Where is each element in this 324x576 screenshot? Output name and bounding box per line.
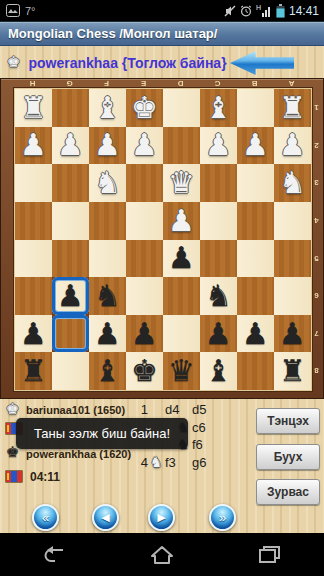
square-f3[interactable]: ♞	[89, 164, 126, 202]
square-e5[interactable]	[126, 240, 163, 278]
black-queen: ♛	[168, 353, 195, 389]
square-g1[interactable]	[52, 89, 89, 127]
alarm-icon	[240, 5, 252, 17]
chess-board: HGFEDCBA 12345678 ♜♝♚♝♜♟♟♟♟♟♟♟♞♛♞♟♟♟♞♞♟♟…	[0, 78, 324, 399]
square-h8[interactable]: ♜	[15, 352, 52, 390]
square-d6[interactable]	[163, 277, 200, 315]
square-f5[interactable]	[89, 240, 126, 278]
white-pawn: ♟	[94, 127, 121, 163]
file-label-B: B	[236, 79, 273, 88]
square-b1[interactable]	[237, 89, 274, 127]
file-label-C: C	[199, 79, 236, 88]
black-pawn: ♟	[205, 316, 232, 352]
white-bishop: ♝	[94, 90, 121, 126]
square-g6[interactable]: ♟	[52, 277, 89, 315]
temperature: 7°	[25, 5, 36, 17]
square-a3[interactable]: ♞	[274, 164, 311, 202]
white-pawn: ♟	[168, 203, 195, 239]
square-h4[interactable]	[15, 202, 52, 240]
square-d1[interactable]	[163, 89, 200, 127]
square-d2[interactable]	[163, 127, 200, 165]
app-title-bar: Mongolian Chess /Монгол шатар/	[0, 22, 324, 46]
move-text: c6	[192, 420, 206, 435]
white-queen: ♛	[168, 165, 195, 201]
square-h7[interactable]: ♟	[15, 315, 52, 353]
square-b3[interactable]	[237, 164, 274, 202]
black-knight: ♞	[94, 278, 121, 314]
resign-button[interactable]: Буух	[256, 444, 320, 470]
square-a2[interactable]: ♟	[274, 127, 311, 165]
gallery-notification-icon	[6, 4, 20, 17]
square-c7[interactable]: ♟	[200, 315, 237, 353]
black-pawn: ♟	[131, 316, 158, 352]
mute-icon	[224, 5, 236, 17]
black-rook: ♜	[279, 353, 306, 389]
black-pawn: ♟	[94, 316, 121, 352]
game-clock: 04:11	[30, 470, 60, 484]
square-e6[interactable]	[126, 277, 163, 315]
square-a7[interactable]: ♟	[274, 315, 311, 353]
board-squares: ♜♝♚♝♜♟♟♟♟♟♟♟♞♛♞♟♟♟♞♞♟♟♟♟♟♟♜♝♚♛♝♜	[14, 88, 312, 391]
square-d8[interactable]: ♛	[163, 352, 200, 390]
square-c3[interactable]	[200, 164, 237, 202]
back-arrow-button[interactable]	[230, 51, 294, 75]
draw-button[interactable]: Тэнцэх	[256, 408, 320, 434]
square-e4[interactable]	[126, 202, 163, 240]
square-c6[interactable]: ♞	[200, 277, 237, 315]
black-bishop: ♝	[94, 353, 121, 389]
black-move: d5	[177, 402, 233, 417]
turn-banner: ♚ powerankhaa {Тоглож байна}	[0, 47, 324, 78]
svg-text:H: H	[256, 4, 261, 11]
status-bar: 7° H 14:41	[0, 0, 324, 22]
black-move: g6	[177, 455, 233, 470]
black-knight: ♞	[205, 278, 232, 314]
square-f4[interactable]	[89, 202, 126, 240]
next-move-button[interactable]: ▶	[148, 504, 175, 531]
black-pawn: ♟	[20, 316, 47, 352]
square-g8[interactable]	[52, 352, 89, 390]
not-your-turn-toast: Таны ээлж биш байна!	[16, 418, 188, 449]
square-f6[interactable]: ♞	[89, 277, 126, 315]
square-h6[interactable]	[15, 277, 52, 315]
square-h1[interactable]: ♜	[15, 89, 52, 127]
white-king-icon: ♚	[7, 55, 20, 70]
white-knight: ♞	[279, 165, 306, 201]
square-a1[interactable]: ♜	[274, 89, 311, 127]
square-f2[interactable]: ♟	[89, 127, 126, 165]
square-g5[interactable]	[52, 240, 89, 278]
square-a6[interactable]	[274, 277, 311, 315]
move-text: g6	[192, 455, 206, 470]
white-pawn: ♟	[20, 127, 47, 163]
white-rook: ♜	[20, 90, 47, 126]
black-pawn: ♟	[242, 316, 269, 352]
file-label-F: F	[88, 79, 125, 88]
move-text: f3	[165, 455, 176, 470]
square-b7[interactable]: ♟	[237, 315, 274, 353]
white-pawn: ♟	[205, 127, 232, 163]
square-c4[interactable]	[200, 202, 237, 240]
android-nav-bar	[0, 533, 324, 576]
white-knight: ♞	[94, 165, 121, 201]
square-b4[interactable]	[237, 202, 274, 240]
toast-text: Таны ээлж биш байна!	[34, 426, 170, 441]
white-king: ♚	[131, 90, 158, 126]
app-screen: 7° H 14:41 Mongolian Chess /Монгол шатар…	[0, 0, 324, 576]
square-e2[interactable]: ♟	[126, 127, 163, 165]
square-b2[interactable]: ♟	[237, 127, 274, 165]
square-a4[interactable]	[274, 202, 311, 240]
black-pawn: ♟	[57, 278, 84, 314]
square-f1[interactable]: ♝	[89, 89, 126, 127]
double-left-chevron-icon: «	[42, 511, 49, 524]
android-recents-button[interactable]	[257, 545, 283, 565]
square-g7[interactable]	[52, 315, 89, 353]
white-pawn: ♟	[279, 127, 306, 163]
file-labels: HGFEDCBA	[14, 79, 310, 88]
first-move-button[interactable]: «	[32, 504, 59, 531]
square-d4[interactable]: ♟	[163, 202, 200, 240]
move-text: f6	[192, 437, 203, 452]
black-bishop: ♝	[205, 353, 232, 389]
square-d7[interactable]	[163, 315, 200, 353]
file-label-D: D	[162, 79, 199, 88]
square-h3[interactable]	[15, 164, 52, 202]
square-c1[interactable]: ♝	[200, 89, 237, 127]
black-rook: ♜	[20, 353, 47, 389]
right-triangle-icon: ▶	[157, 511, 165, 524]
file-label-E: E	[125, 79, 162, 88]
left-triangle-icon: ◀	[101, 511, 109, 524]
square-d5[interactable]: ♟	[163, 240, 200, 278]
android-back-button[interactable]	[41, 545, 67, 565]
black-pawn: ♟	[168, 240, 195, 276]
square-g3[interactable]	[52, 164, 89, 202]
clock-time: 14:41	[289, 4, 319, 18]
file-label-H: H	[14, 79, 51, 88]
white-pawn: ♟	[57, 127, 84, 163]
square-c5[interactable]	[200, 240, 237, 278]
square-d3[interactable]: ♛	[163, 164, 200, 202]
message-button[interactable]: Зурвас	[256, 479, 320, 505]
double-right-chevron-icon: »	[219, 511, 226, 524]
app-title: Mongolian Chess /Монгол шатар/	[8, 26, 217, 41]
white-knight-icon: ♞	[150, 455, 165, 470]
file-label-G: G	[51, 79, 88, 88]
square-f8[interactable]: ♝	[89, 352, 126, 390]
square-e3[interactable]	[126, 164, 163, 202]
square-e8[interactable]: ♚	[126, 352, 163, 390]
square-g2[interactable]: ♟	[52, 127, 89, 165]
white-pawn: ♟	[131, 127, 158, 163]
square-b8[interactable]	[237, 352, 274, 390]
black-pawn: ♟	[279, 316, 306, 352]
square-a5[interactable]	[274, 240, 311, 278]
square-h2[interactable]: ♟	[15, 127, 52, 165]
move-text: d5	[192, 402, 206, 417]
previous-move-button[interactable]: ◀	[92, 504, 119, 531]
square-a8[interactable]: ♜	[274, 352, 311, 390]
android-home-button[interactable]	[149, 545, 175, 565]
square-e1[interactable]: ♚	[126, 89, 163, 127]
square-b5[interactable]	[237, 240, 274, 278]
square-g4[interactable]	[52, 202, 89, 240]
square-c2[interactable]: ♟	[200, 127, 237, 165]
file-label-A: A	[273, 79, 310, 88]
battery-icon	[276, 4, 285, 18]
move-number: 4	[124, 455, 148, 470]
white-rook: ♜	[279, 90, 306, 126]
square-h5[interactable]	[15, 240, 52, 278]
black-king: ♚	[131, 353, 158, 389]
white-bishop: ♝	[205, 90, 232, 126]
turn-banner-text: powerankhaa {Тоглож байна}	[28, 55, 226, 71]
square-c8[interactable]: ♝	[200, 352, 237, 390]
move-number: 1	[124, 402, 148, 417]
signal-h-icon: H	[256, 4, 272, 18]
last-move-button[interactable]: »	[209, 504, 236, 531]
white-pawn: ♟	[242, 127, 269, 163]
square-b6[interactable]	[237, 277, 274, 315]
square-f7[interactable]: ♟	[89, 315, 126, 353]
square-e7[interactable]: ♟	[126, 315, 163, 353]
